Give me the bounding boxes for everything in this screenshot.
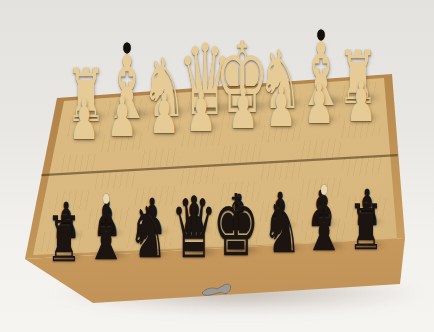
piece-white-pawn-c2: ♟ bbox=[148, 87, 179, 142]
piece-white-pawn-d2: ♟ bbox=[186, 85, 217, 140]
piece-black-knight-c8: ♞ bbox=[128, 199, 167, 269]
piece-black-king-e8: ♚ bbox=[212, 183, 259, 268]
piece-black-bishop-g8: ♝ bbox=[302, 187, 344, 263]
light-ball-finial-icon bbox=[320, 185, 326, 195]
piece-white-pawn-g2: ♟ bbox=[304, 77, 335, 132]
piece-white-pawn-b2: ♟ bbox=[106, 90, 137, 145]
photo-backdrop: ♜♝♞♛♚♞♝♜♟♟♟♟♟♟♟♟♟♟♟♟♟♟♟♟♜♝♞♛♚♞♝♜ bbox=[0, 0, 434, 332]
black-ball-finial-icon bbox=[317, 29, 324, 40]
piece-white-pawn-a2: ♟ bbox=[69, 92, 100, 147]
piece-white-pawn-e2: ♟ bbox=[228, 82, 259, 137]
piece-black-bishop-b8: ♝ bbox=[85, 196, 127, 272]
black-ball-finial-icon bbox=[123, 42, 130, 53]
piece-white-pawn-h2: ♟ bbox=[345, 74, 376, 129]
piece-black-rook-a8: ♜ bbox=[46, 208, 81, 271]
piece-black-knight-f8: ♞ bbox=[262, 194, 301, 264]
light-ball-finial-icon bbox=[103, 194, 109, 204]
piece-white-pawn-f2: ♟ bbox=[266, 80, 297, 135]
piece-black-rook-h8: ♜ bbox=[348, 196, 383, 259]
piece-black-queen-d8: ♛ bbox=[170, 185, 217, 270]
clasp-icon bbox=[198, 280, 236, 300]
